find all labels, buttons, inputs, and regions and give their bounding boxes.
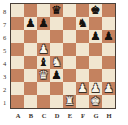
square-e4[interactable] — [63, 56, 76, 69]
square-g4[interactable] — [89, 56, 102, 69]
square-b3[interactable] — [24, 69, 37, 82]
square-b6[interactable] — [24, 30, 37, 43]
white-pawn[interactable]: ♟ — [102, 82, 115, 95]
square-a2[interactable] — [11, 82, 24, 95]
square-e1[interactable]: ♜ — [63, 95, 76, 108]
black-pawn[interactable]: ♟ — [89, 30, 102, 43]
white-queen[interactable]: ♛ — [37, 69, 50, 82]
square-f6[interactable] — [76, 30, 89, 43]
file-label-e: E — [64, 111, 77, 121]
square-a4[interactable] — [11, 56, 24, 69]
square-d8[interactable]: ♛ — [50, 4, 63, 17]
rank-label-5: 5 — [0, 44, 9, 57]
square-f7[interactable]: ♞ — [76, 17, 89, 30]
square-d7[interactable] — [50, 17, 63, 30]
square-b1[interactable] — [24, 95, 37, 108]
square-d2[interactable] — [50, 82, 63, 95]
black-pawn[interactable]: ♟ — [37, 17, 50, 30]
black-pawn[interactable]: ♟ — [102, 30, 115, 43]
square-h4[interactable] — [102, 56, 115, 69]
square-e5[interactable] — [63, 43, 76, 56]
square-e3[interactable] — [63, 69, 76, 82]
square-b5[interactable] — [24, 43, 37, 56]
file-label-d: D — [51, 111, 64, 121]
square-f2[interactable]: ♟ — [76, 82, 89, 95]
square-b2[interactable] — [24, 82, 37, 95]
square-c1[interactable] — [37, 95, 50, 108]
square-h8[interactable] — [102, 4, 115, 17]
square-f1[interactable] — [76, 95, 89, 108]
rank-label-7: 7 — [0, 18, 9, 31]
square-a3[interactable] — [11, 69, 24, 82]
square-e8[interactable] — [63, 4, 76, 17]
rank-label-4: 4 — [0, 57, 9, 70]
file-label-a: A — [12, 111, 25, 121]
square-g1[interactable]: ♚ — [89, 95, 102, 108]
square-g5[interactable] — [89, 43, 102, 56]
rank-labels: 87654321 — [0, 5, 9, 109]
square-b4[interactable] — [24, 56, 37, 69]
white-pawn[interactable]: ♟ — [76, 82, 89, 95]
square-a6[interactable] — [11, 30, 24, 43]
white-king[interactable]: ♚ — [89, 95, 102, 108]
square-d3[interactable]: ♟ — [50, 69, 63, 82]
square-d1[interactable] — [50, 95, 63, 108]
rank-label-6: 6 — [0, 31, 9, 44]
square-f5[interactable] — [76, 43, 89, 56]
black-pawn[interactable]: ♟ — [50, 69, 63, 82]
black-pawn[interactable]: ♟ — [24, 17, 37, 30]
square-c2[interactable] — [37, 82, 50, 95]
file-labels: ABCDEFGH — [12, 111, 116, 121]
chess-diagram: 87654321 ♛♚♟♟♞♟♟♟♝♞♛♟♟♟♟♜♚ ABCDEFGH — [0, 0, 128, 125]
square-b7[interactable]: ♟ — [24, 17, 37, 30]
square-a1[interactable] — [11, 95, 24, 108]
square-d6[interactable] — [50, 30, 63, 43]
square-a8[interactable] — [11, 4, 24, 17]
white-rook[interactable]: ♜ — [63, 95, 76, 108]
square-h5[interactable] — [102, 43, 115, 56]
file-label-c: C — [38, 111, 51, 121]
file-label-h: H — [103, 111, 116, 121]
rank-label-8: 8 — [0, 5, 9, 18]
square-c7[interactable]: ♟ — [37, 17, 50, 30]
square-h2[interactable]: ♟ — [102, 82, 115, 95]
black-knight[interactable]: ♞ — [76, 17, 89, 30]
file-label-f: F — [77, 111, 90, 121]
square-f4[interactable] — [76, 56, 89, 69]
square-a5[interactable] — [11, 43, 24, 56]
square-h6[interactable]: ♟ — [102, 30, 115, 43]
square-g6[interactable]: ♟ — [89, 30, 102, 43]
square-h1[interactable] — [102, 95, 115, 108]
rank-label-1: 1 — [0, 96, 9, 109]
square-c3[interactable]: ♛ — [37, 69, 50, 82]
square-e7[interactable] — [63, 17, 76, 30]
chess-board[interactable]: ♛♚♟♟♞♟♟♟♝♞♛♟♟♟♟♜♚ — [10, 3, 116, 109]
file-label-b: B — [25, 111, 38, 121]
square-g8[interactable]: ♚ — [89, 4, 102, 17]
square-e6[interactable] — [63, 30, 76, 43]
rank-label-3: 3 — [0, 70, 9, 83]
square-a7[interactable] — [11, 17, 24, 30]
black-king[interactable]: ♚ — [89, 4, 102, 17]
rank-label-2: 2 — [0, 83, 9, 96]
file-label-g: G — [90, 111, 103, 121]
black-queen[interactable]: ♛ — [50, 4, 63, 17]
